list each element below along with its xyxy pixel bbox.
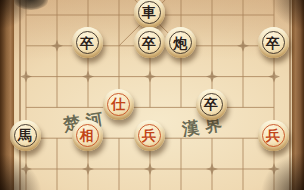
xiangqi-board[interactable]: 楚河 漢界 車卒卒炮卒仕卒馬相兵兵 — [0, 0, 304, 190]
piece-red-相[interactable]: 相 — [72, 120, 103, 151]
piece-black-馬[interactable]: 馬 — [10, 120, 41, 151]
piece-black-卒[interactable]: 卒 — [196, 89, 227, 120]
piece-glyph: 卒 — [72, 27, 103, 58]
piece-glyph: 仕 — [103, 89, 134, 120]
piece-glyph: 兵 — [134, 120, 165, 151]
piece-red-兵[interactable]: 兵 — [258, 120, 289, 151]
piece-glyph: 炮 — [165, 27, 196, 58]
piece-black-卒[interactable]: 卒 — [134, 27, 165, 58]
piece-red-仕[interactable]: 仕 — [103, 89, 134, 120]
piece-black-炮[interactable]: 炮 — [165, 27, 196, 58]
piece-glyph: 馬 — [10, 120, 41, 151]
piece-black-卒[interactable]: 卒 — [258, 27, 289, 58]
piece-glyph: 兵 — [258, 120, 289, 151]
piece-red-兵[interactable]: 兵 — [134, 120, 165, 151]
piece-black-車[interactable]: 車 — [134, 0, 165, 28]
piece-glyph: 卒 — [134, 27, 165, 58]
piece-glyph: 卒 — [258, 27, 289, 58]
piece-glyph: 相 — [72, 120, 103, 151]
piece-black-卒[interactable]: 卒 — [72, 27, 103, 58]
piece-glyph: 卒 — [196, 89, 227, 120]
piece-glyph: 車 — [134, 0, 165, 28]
